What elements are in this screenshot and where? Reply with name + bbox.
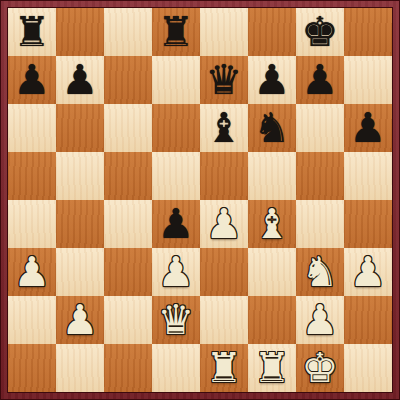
square-h1[interactable] xyxy=(344,344,392,392)
square-g5[interactable] xyxy=(296,152,344,200)
square-d7[interactable] xyxy=(152,56,200,104)
square-c7[interactable] xyxy=(104,56,152,104)
piece-black-pawn-h6[interactable]: ♟ xyxy=(350,104,387,152)
square-c8[interactable] xyxy=(104,8,152,56)
square-g7[interactable]: ♟ xyxy=(296,56,344,104)
square-c3[interactable] xyxy=(104,248,152,296)
square-f5[interactable] xyxy=(248,152,296,200)
piece-white-bishop-f4[interactable]: ♝ xyxy=(254,200,291,248)
piece-white-rook-f1[interactable]: ♜ xyxy=(254,344,291,392)
square-a6[interactable] xyxy=(8,104,56,152)
square-f6[interactable]: ♞ xyxy=(248,104,296,152)
chess-board: ♜♜♚♟♟♛♟♟♝♞♟♟♟♝♟♟♞♟♟♛♟♜♜♚ xyxy=(8,8,392,392)
piece-black-pawn-f7[interactable]: ♟ xyxy=(254,56,291,104)
chess-board-frame: ♜♜♚♟♟♛♟♟♝♞♟♟♟♝♟♟♞♟♟♛♟♜♜♚ xyxy=(0,0,400,400)
square-e6[interactable]: ♝ xyxy=(200,104,248,152)
square-g2[interactable]: ♟ xyxy=(296,296,344,344)
piece-white-pawn-h3[interactable]: ♟ xyxy=(350,248,387,296)
square-c1[interactable] xyxy=(104,344,152,392)
square-a3[interactable]: ♟ xyxy=(8,248,56,296)
square-a7[interactable]: ♟ xyxy=(8,56,56,104)
square-h7[interactable] xyxy=(344,56,392,104)
square-b1[interactable] xyxy=(56,344,104,392)
square-b5[interactable] xyxy=(56,152,104,200)
square-h8[interactable] xyxy=(344,8,392,56)
square-a2[interactable] xyxy=(8,296,56,344)
square-h5[interactable] xyxy=(344,152,392,200)
square-d5[interactable] xyxy=(152,152,200,200)
piece-black-rook-d8[interactable]: ♜ xyxy=(158,8,195,56)
square-c4[interactable] xyxy=(104,200,152,248)
piece-black-rook-a8[interactable]: ♜ xyxy=(14,8,51,56)
square-f4[interactable]: ♝ xyxy=(248,200,296,248)
square-b2[interactable]: ♟ xyxy=(56,296,104,344)
square-c5[interactable] xyxy=(104,152,152,200)
square-e8[interactable] xyxy=(200,8,248,56)
square-f2[interactable] xyxy=(248,296,296,344)
piece-black-bishop-e6[interactable]: ♝ xyxy=(206,104,243,152)
square-b7[interactable]: ♟ xyxy=(56,56,104,104)
square-d3[interactable]: ♟ xyxy=(152,248,200,296)
square-g3[interactable]: ♞ xyxy=(296,248,344,296)
piece-black-pawn-d4[interactable]: ♟ xyxy=(158,200,195,248)
square-a4[interactable] xyxy=(8,200,56,248)
piece-black-queen-e7[interactable]: ♛ xyxy=(206,56,243,104)
square-e2[interactable] xyxy=(200,296,248,344)
square-g8[interactable]: ♚ xyxy=(296,8,344,56)
piece-white-knight-g3[interactable]: ♞ xyxy=(302,248,339,296)
square-f1[interactable]: ♜ xyxy=(248,344,296,392)
square-f7[interactable]: ♟ xyxy=(248,56,296,104)
square-g6[interactable] xyxy=(296,104,344,152)
square-f3[interactable] xyxy=(248,248,296,296)
square-c6[interactable] xyxy=(104,104,152,152)
piece-black-pawn-b7[interactable]: ♟ xyxy=(62,56,99,104)
square-e4[interactable]: ♟ xyxy=(200,200,248,248)
piece-white-pawn-b2[interactable]: ♟ xyxy=(62,296,99,344)
piece-white-pawn-a3[interactable]: ♟ xyxy=(14,248,51,296)
piece-black-king-g8[interactable]: ♚ xyxy=(302,8,339,56)
square-a1[interactable] xyxy=(8,344,56,392)
square-c2[interactable] xyxy=(104,296,152,344)
piece-black-pawn-g7[interactable]: ♟ xyxy=(302,56,339,104)
square-e7[interactable]: ♛ xyxy=(200,56,248,104)
square-d6[interactable] xyxy=(152,104,200,152)
square-b8[interactable] xyxy=(56,8,104,56)
square-h2[interactable] xyxy=(344,296,392,344)
square-d4[interactable]: ♟ xyxy=(152,200,200,248)
square-b6[interactable] xyxy=(56,104,104,152)
piece-black-knight-f6[interactable]: ♞ xyxy=(254,104,291,152)
square-e5[interactable] xyxy=(200,152,248,200)
piece-white-pawn-e4[interactable]: ♟ xyxy=(206,200,243,248)
piece-white-queen-d2[interactable]: ♛ xyxy=(158,296,195,344)
piece-white-king-g1[interactable]: ♚ xyxy=(302,344,339,392)
piece-white-pawn-g2[interactable]: ♟ xyxy=(302,296,339,344)
square-a5[interactable] xyxy=(8,152,56,200)
square-b4[interactable] xyxy=(56,200,104,248)
square-b3[interactable] xyxy=(56,248,104,296)
piece-white-rook-e1[interactable]: ♜ xyxy=(206,344,243,392)
square-d8[interactable]: ♜ xyxy=(152,8,200,56)
square-h6[interactable]: ♟ xyxy=(344,104,392,152)
square-e1[interactable]: ♜ xyxy=(200,344,248,392)
square-f8[interactable] xyxy=(248,8,296,56)
square-h3[interactable]: ♟ xyxy=(344,248,392,296)
square-h4[interactable] xyxy=(344,200,392,248)
square-e3[interactable] xyxy=(200,248,248,296)
piece-black-pawn-a7[interactable]: ♟ xyxy=(14,56,51,104)
square-g4[interactable] xyxy=(296,200,344,248)
square-a8[interactable]: ♜ xyxy=(8,8,56,56)
square-g1[interactable]: ♚ xyxy=(296,344,344,392)
square-d2[interactable]: ♛ xyxy=(152,296,200,344)
piece-white-pawn-d3[interactable]: ♟ xyxy=(158,248,195,296)
square-d1[interactable] xyxy=(152,344,200,392)
